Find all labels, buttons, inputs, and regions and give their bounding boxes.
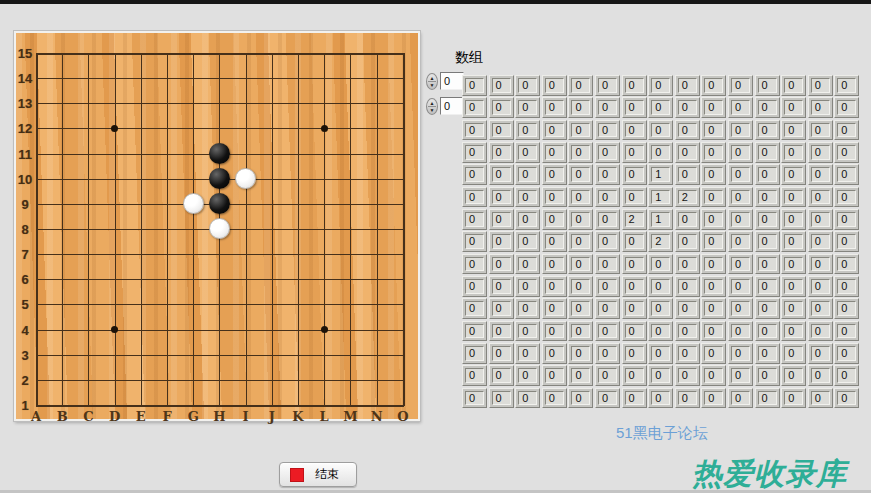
array-cell-r9c8: 0 — [648, 254, 673, 275]
column-coordinate-label: I — [237, 409, 255, 424]
array-cell-r15c12: 0 — [755, 388, 780, 409]
array-cell-r3c12: 0 — [755, 120, 780, 141]
array-cell-value: 0 — [678, 167, 697, 182]
array-cell-value: 0 — [492, 391, 511, 406]
array-cell-r8c13: 0 — [781, 231, 806, 252]
array-cell-value: 0 — [518, 167, 537, 182]
array-cell-r7c7: 2 — [622, 209, 647, 230]
board-grid-layer: 15A14B13C12D11E10F9G8H7I6J5K4L3M2N1O — [16, 33, 418, 419]
array-cell-r4c12: 0 — [755, 142, 780, 163]
array-cell-r11c6: 0 — [595, 298, 620, 319]
array-cell-value: 0 — [625, 368, 644, 383]
array-cell-value: 0 — [811, 78, 830, 93]
array-cell-value: 0 — [492, 100, 511, 115]
array-cell-value: 0 — [465, 190, 484, 205]
array-cell-value: 0 — [465, 257, 484, 272]
array-cell-value: 0 — [784, 257, 803, 272]
array-cell-r5c6: 0 — [595, 164, 620, 185]
forum-link[interactable]: 51黑电子论坛 — [616, 424, 708, 443]
array-cell-value: 1 — [651, 212, 670, 227]
grid-line-horizontal — [36, 380, 404, 381]
array-cell-value: 0 — [625, 324, 644, 339]
array-cell-r1c14: 0 — [808, 75, 833, 96]
array-cell-value: 0 — [651, 123, 670, 138]
array-cell-value: 0 — [625, 100, 644, 115]
array-cell-value: 0 — [465, 212, 484, 227]
array-cell-value: 0 — [758, 212, 777, 227]
array-cell-r10c7: 0 — [622, 276, 647, 297]
array-cell-r3c15: 0 — [834, 120, 859, 141]
array-cell-r5c2: 0 — [489, 164, 514, 185]
column-coordinate-label: B — [53, 409, 71, 424]
grid-line-vertical — [298, 53, 299, 406]
array-cell-value: 0 — [492, 257, 511, 272]
array-cell-value: 0 — [625, 123, 644, 138]
array-cell-value: 0 — [518, 391, 537, 406]
array-cell-r10c14: 0 — [808, 276, 833, 297]
array-cell-r6c3: 0 — [515, 187, 540, 208]
array-cell-r8c11: 0 — [728, 231, 753, 252]
array-cell-value: 0 — [731, 324, 750, 339]
array-cell-value: 0 — [518, 257, 537, 272]
array-cell-value: 0 — [678, 145, 697, 160]
array-cell-value: 0 — [518, 100, 537, 115]
array-cell-r8c15: 0 — [834, 231, 859, 252]
array-cell-r6c13: 0 — [781, 187, 806, 208]
app-window: 15A14B13C12D11E10F9G8H7I6J5K4L3M2N1O 数组 … — [0, 0, 871, 493]
array-cell-r3c3: 0 — [515, 120, 540, 141]
row-coordinate-label: 8 — [16, 222, 34, 237]
array-cell-value: 0 — [704, 324, 723, 339]
grid-line-vertical — [377, 53, 378, 406]
array-cell-r4c10: 0 — [701, 142, 726, 163]
array-cell-r12c5: 0 — [568, 321, 593, 342]
array-cell-r3c2: 0 — [489, 120, 514, 141]
array-cell-value: 0 — [837, 123, 856, 138]
array-cell-r14c13: 0 — [781, 365, 806, 386]
array-cell-value: 0 — [625, 167, 644, 182]
array-cell-value: 0 — [571, 78, 590, 93]
array-cell-value: 0 — [571, 212, 590, 227]
array-cell-r3c9: 0 — [675, 120, 700, 141]
array-cell-value: 0 — [651, 279, 670, 294]
array-cell-value: 0 — [651, 368, 670, 383]
increment-arrow-icon[interactable]: ▲ — [428, 75, 436, 82]
array-cell-r11c15: 0 — [834, 298, 859, 319]
array-cell-value: 0 — [492, 368, 511, 383]
array-index-control-col[interactable]: ▲ ▼ 0 — [426, 97, 464, 115]
array-cell-r7c11: 0 — [728, 209, 753, 230]
array-cell-r12c3: 0 — [515, 321, 540, 342]
array-cell-value: 0 — [704, 234, 723, 249]
array-cell-value: 0 — [492, 234, 511, 249]
array-cell-r8c4: 0 — [542, 231, 567, 252]
array-cell-value: 0 — [545, 78, 564, 93]
array-cell-value: 0 — [545, 100, 564, 115]
array-cell-value: 0 — [784, 212, 803, 227]
array-cell-r7c12: 0 — [755, 209, 780, 230]
array-cell-value: 0 — [492, 212, 511, 227]
array-cell-value: 0 — [811, 391, 830, 406]
end-button-label: 结束 — [304, 466, 356, 483]
array-cell-r10c8: 0 — [648, 276, 673, 297]
array-cell-value: 0 — [571, 391, 590, 406]
go-board[interactable]: 15A14B13C12D11E10F9G8H7I6J5K4L3M2N1O — [14, 31, 420, 421]
array-cell-r4c7: 0 — [622, 142, 647, 163]
array-cell-value: 0 — [704, 346, 723, 361]
array-cell-r7c2: 0 — [489, 209, 514, 230]
array-cell-value: 0 — [545, 123, 564, 138]
array-cell-r8c9: 0 — [675, 231, 700, 252]
array-cell-value: 0 — [678, 257, 697, 272]
array-index-control-row[interactable]: ▲ ▼ 0 — [426, 72, 464, 90]
array-cell-r15c1: 0 — [462, 388, 487, 409]
array-cell-r6c14: 0 — [808, 187, 833, 208]
array-cell-r9c14: 0 — [808, 254, 833, 275]
array-cell-value: 0 — [704, 123, 723, 138]
array-cell-value: 0 — [465, 279, 484, 294]
array-cell-value: 0 — [704, 100, 723, 115]
array-cell-r5c3: 0 — [515, 164, 540, 185]
grid-line-vertical — [350, 53, 351, 406]
array-cell-r10c11: 0 — [728, 276, 753, 297]
array-cell-r3c1: 0 — [462, 120, 487, 141]
array-cell-value: 0 — [837, 391, 856, 406]
array-cell-value: 0 — [465, 123, 484, 138]
array-cell-r11c7: 0 — [622, 298, 647, 319]
array-cell-value: 0 — [811, 346, 830, 361]
array-cell-r12c2: 0 — [489, 321, 514, 342]
array-cell-r13c12: 0 — [755, 343, 780, 364]
array-cell-value: 0 — [837, 346, 856, 361]
array-cell-value: 0 — [465, 145, 484, 160]
array-cell-value: 0 — [704, 391, 723, 406]
array-cell-value: 0 — [571, 324, 590, 339]
array-cell-value: 2 — [678, 190, 697, 205]
array-cell-value: 0 — [704, 257, 723, 272]
array-cell-value: 0 — [518, 301, 537, 316]
array-cell-r7c8: 1 — [648, 209, 673, 230]
array-cell-value: 0 — [678, 368, 697, 383]
array-cell-value: 0 — [598, 212, 617, 227]
array-cell-value: 0 — [837, 190, 856, 205]
array-cell-value: 0 — [784, 279, 803, 294]
array-cell-value: 0 — [598, 234, 617, 249]
array-cell-r5c13: 0 — [781, 164, 806, 185]
array-cell-value: 2 — [625, 212, 644, 227]
array-cell-r3c13: 0 — [781, 120, 806, 141]
array-cell-r9c4: 0 — [542, 254, 567, 275]
star-point — [111, 326, 118, 333]
array-cell-r5c8: 1 — [648, 164, 673, 185]
array-cell-r15c3: 0 — [515, 388, 540, 409]
star-point — [321, 125, 328, 132]
array-cell-r2c10: 0 — [701, 97, 726, 118]
array-cell-r15c11: 0 — [728, 388, 753, 409]
array-cell-value: 0 — [731, 190, 750, 205]
array-cell-r6c8: 1 — [648, 187, 673, 208]
array-cell-r13c10: 0 — [701, 343, 726, 364]
array-cell-value: 0 — [758, 234, 777, 249]
array-cell-value: 0 — [571, 123, 590, 138]
array-cell-value: 0 — [678, 100, 697, 115]
array-cell-value: 0 — [598, 324, 617, 339]
array-cell-value: 0 — [651, 391, 670, 406]
array-cell-r4c6: 0 — [595, 142, 620, 163]
array-cell-r10c15: 0 — [834, 276, 859, 297]
row-coordinate-label: 2 — [16, 373, 34, 388]
stone-black-H11 — [209, 143, 230, 164]
array-cell-value: 0 — [465, 301, 484, 316]
array-cell-r1c10: 0 — [701, 75, 726, 96]
array-row-index-value[interactable]: 0 — [440, 72, 464, 90]
array-cell-r11c8: 0 — [648, 298, 673, 319]
array-cell-r10c13: 0 — [781, 276, 806, 297]
array-cell-value: 0 — [758, 279, 777, 294]
array-cell-r13c2: 0 — [489, 343, 514, 364]
array-cell-value: 0 — [811, 167, 830, 182]
array-cell-r9c9: 0 — [675, 254, 700, 275]
stone-black-H10 — [209, 168, 230, 189]
array-cell-r1c1: 0 — [462, 75, 487, 96]
array-cell-r6c7: 0 — [622, 187, 647, 208]
top-bar — [0, 0, 871, 4]
row-coordinate-label: 6 — [16, 272, 34, 287]
array-cell-r15c6: 0 — [595, 388, 620, 409]
grid-line-horizontal — [36, 355, 404, 356]
grid-line-horizontal — [36, 304, 404, 305]
array-cell-r2c6: 0 — [595, 97, 620, 118]
array-cell-r6c5: 0 — [568, 187, 593, 208]
array-cell-r9c10: 0 — [701, 254, 726, 275]
array-cell-value: 0 — [758, 346, 777, 361]
array-cell-value: 0 — [704, 301, 723, 316]
array-cell-r15c9: 0 — [675, 388, 700, 409]
array-cell-r5c10: 0 — [701, 164, 726, 185]
stone-white-I10 — [235, 168, 256, 189]
array-cell-r12c12: 0 — [755, 321, 780, 342]
array-cell-value: 0 — [678, 78, 697, 93]
array-cell-value: 0 — [571, 190, 590, 205]
array-cell-value: 0 — [598, 301, 617, 316]
array-cell-r6c4: 0 — [542, 187, 567, 208]
array-cell-value: 0 — [545, 391, 564, 406]
array-cell-r8c14: 0 — [808, 231, 833, 252]
array-cell-r13c5: 0 — [568, 343, 593, 364]
array-cell-r14c1: 0 — [462, 365, 487, 386]
array-cell-value: 0 — [545, 167, 564, 182]
array-cell-value: 0 — [598, 190, 617, 205]
array-cell-r9c5: 0 — [568, 254, 593, 275]
end-button[interactable]: 结束 — [279, 462, 357, 487]
array-cell-value: 2 — [651, 234, 670, 249]
array-cell-r6c15: 0 — [834, 187, 859, 208]
array-cell-r5c9: 0 — [675, 164, 700, 185]
array-cell-r1c15: 0 — [834, 75, 859, 96]
array-cell-r1c3: 0 — [515, 75, 540, 96]
array-cell-value: 0 — [598, 346, 617, 361]
column-coordinate-label: E — [132, 409, 150, 424]
array-cell-r8c12: 0 — [755, 231, 780, 252]
array-cell-value: 0 — [837, 368, 856, 383]
array-cell-value: 0 — [811, 301, 830, 316]
stop-square-icon — [290, 468, 304, 482]
array-cell-r2c7: 0 — [622, 97, 647, 118]
array-cell-r7c3: 0 — [515, 209, 540, 230]
row-coordinate-label: 3 — [16, 348, 34, 363]
array-cell-r11c12: 0 — [755, 298, 780, 319]
increment-decrement-icon[interactable]: ▲ ▼ — [426, 73, 438, 90]
array-cell-r12c14: 0 — [808, 321, 833, 342]
array-cell-value: 0 — [704, 190, 723, 205]
array-cell-value: 0 — [465, 368, 484, 383]
array-cell-r3c5: 0 — [568, 120, 593, 141]
array-cell-r15c10: 0 — [701, 388, 726, 409]
column-coordinate-label: G — [184, 409, 202, 424]
array-cell-value: 0 — [704, 167, 723, 182]
array-cell-value: 0 — [492, 324, 511, 339]
array-cell-r4c15: 0 — [834, 142, 859, 163]
column-coordinate-label: F — [158, 409, 176, 424]
array-cell-value: 0 — [571, 257, 590, 272]
increment-arrow-icon[interactable]: ▲ — [428, 100, 436, 107]
decrement-arrow-icon[interactable]: ▼ — [428, 107, 436, 113]
decrement-arrow-icon[interactable]: ▼ — [428, 82, 436, 88]
array-cell-r4c1: 0 — [462, 142, 487, 163]
array-cell-r7c1: 0 — [462, 209, 487, 230]
array-cell-r13c11: 0 — [728, 343, 753, 364]
stone-black-H9 — [209, 193, 230, 214]
array-cell-r1c12: 0 — [755, 75, 780, 96]
grid-line-vertical — [324, 53, 325, 406]
array-cell-value: 0 — [837, 301, 856, 316]
array-cell-value: 0 — [518, 234, 537, 249]
array-grid: 0000000000000000000000000000000000000000… — [462, 75, 861, 410]
array-cell-r6c10: 0 — [701, 187, 726, 208]
array-cell-r12c9: 0 — [675, 321, 700, 342]
array-cell-value: 0 — [784, 234, 803, 249]
array-cell-r14c7: 0 — [622, 365, 647, 386]
grid-line-vertical — [246, 53, 247, 406]
array-cell-value: 0 — [811, 190, 830, 205]
array-cell-value: 0 — [758, 145, 777, 160]
array-cell-r8c6: 0 — [595, 231, 620, 252]
grid-line-horizontal — [36, 330, 404, 331]
array-cell-r9c7: 0 — [622, 254, 647, 275]
array-cell-r7c14: 0 — [808, 209, 833, 230]
array-cell-value: 0 — [625, 301, 644, 316]
array-cell-r15c15: 0 — [834, 388, 859, 409]
array-cell-r11c9: 0 — [675, 298, 700, 319]
array-cell-value: 0 — [465, 346, 484, 361]
array-cell-value: 0 — [545, 346, 564, 361]
array-cell-value: 0 — [678, 212, 697, 227]
array-cell-value: 0 — [625, 78, 644, 93]
array-cell-value: 0 — [784, 123, 803, 138]
array-cell-value: 0 — [571, 279, 590, 294]
array-cell-value: 0 — [571, 167, 590, 182]
array-cell-value: 0 — [651, 257, 670, 272]
array-cell-value: 0 — [811, 368, 830, 383]
array-cell-r4c4: 0 — [542, 142, 567, 163]
array-cell-value: 0 — [571, 234, 590, 249]
array-cell-r10c9: 0 — [675, 276, 700, 297]
array-cell-r6c11: 0 — [728, 187, 753, 208]
array-cell-r2c13: 0 — [781, 97, 806, 118]
row-coordinate-label: 11 — [16, 147, 34, 162]
array-cell-r3c14: 0 — [808, 120, 833, 141]
array-cell-r8c8: 2 — [648, 231, 673, 252]
array-cell-r3c6: 0 — [595, 120, 620, 141]
array-cell-r13c13: 0 — [781, 343, 806, 364]
array-cell-r12c7: 0 — [622, 321, 647, 342]
column-coordinate-label: C — [79, 409, 97, 424]
array-cell-r13c6: 0 — [595, 343, 620, 364]
array-cell-value: 0 — [651, 324, 670, 339]
array-cell-value: 0 — [731, 234, 750, 249]
array-cell-r6c2: 0 — [489, 187, 514, 208]
array-cell-r14c14: 0 — [808, 365, 833, 386]
column-coordinate-label: J — [263, 409, 281, 424]
array-cell-value: 0 — [625, 190, 644, 205]
array-cell-r5c1: 0 — [462, 164, 487, 185]
array-cell-r1c9: 0 — [675, 75, 700, 96]
grid-line-horizontal — [36, 254, 404, 255]
array-cell-r5c12: 0 — [755, 164, 780, 185]
array-cell-r9c2: 0 — [489, 254, 514, 275]
array-cell-r8c3: 0 — [515, 231, 540, 252]
array-cell-value: 0 — [811, 257, 830, 272]
array-cell-r8c7: 0 — [622, 231, 647, 252]
array-cell-value: 0 — [758, 368, 777, 383]
array-cell-r10c4: 0 — [542, 276, 567, 297]
array-cell-r14c2: 0 — [489, 365, 514, 386]
array-cell-r6c12: 0 — [755, 187, 780, 208]
array-cell-r15c5: 0 — [568, 388, 593, 409]
array-cell-r6c1: 0 — [462, 187, 487, 208]
array-cell-value: 1 — [651, 190, 670, 205]
array-cell-value: 0 — [598, 279, 617, 294]
array-cell-value: 0 — [545, 145, 564, 160]
array-cell-value: 0 — [518, 212, 537, 227]
array-cell-r7c9: 0 — [675, 209, 700, 230]
array-cell-r10c6: 0 — [595, 276, 620, 297]
array-cell-r9c11: 0 — [728, 254, 753, 275]
array-cell-r13c3: 0 — [515, 343, 540, 364]
array-cell-value: 0 — [545, 190, 564, 205]
grid-line-horizontal — [36, 279, 404, 280]
array-cell-value: 0 — [598, 257, 617, 272]
array-cell-value: 0 — [811, 212, 830, 227]
array-cell-value: 0 — [598, 391, 617, 406]
array-cell-r3c8: 0 — [648, 120, 673, 141]
array-cell-r1c7: 0 — [622, 75, 647, 96]
array-cell-r10c5: 0 — [568, 276, 593, 297]
array-cell-r14c6: 0 — [595, 365, 620, 386]
increment-decrement-icon[interactable]: ▲ ▼ — [426, 98, 438, 115]
array-cell-r4c11: 0 — [728, 142, 753, 163]
array-cell-r14c8: 0 — [648, 365, 673, 386]
array-cell-value: 0 — [651, 145, 670, 160]
array-cell-value: 0 — [837, 324, 856, 339]
array-cell-r14c15: 0 — [834, 365, 859, 386]
array-cell-value: 0 — [678, 324, 697, 339]
array-cell-r2c14: 0 — [808, 97, 833, 118]
array-col-index-value[interactable]: 0 — [440, 97, 464, 115]
array-cell-value: 0 — [545, 301, 564, 316]
array-cell-value: 0 — [518, 279, 537, 294]
array-cell-value: 0 — [731, 346, 750, 361]
